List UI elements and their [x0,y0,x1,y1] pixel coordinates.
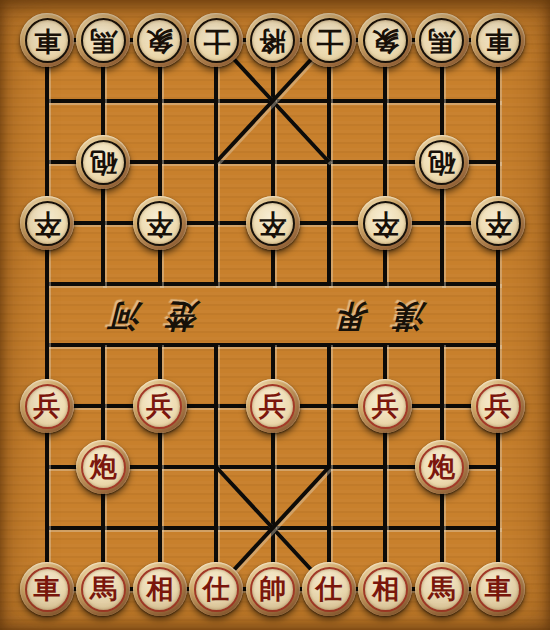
piece-black-horse[interactable]: 馬 [415,13,469,67]
piece-face: 馬 [81,18,126,63]
piece-face: 兵 [250,384,295,429]
piece-red-horse[interactable]: 馬 [76,562,130,616]
piece-red-rook[interactable]: 車 [471,562,525,616]
piece-black-soldier[interactable]: 卒 [246,196,300,250]
piece-character: 車 [34,28,61,55]
piece-character: 兵 [485,392,512,419]
piece-face: 士 [307,18,352,63]
piece-face: 兵 [363,384,408,429]
palace-diagonals [0,0,550,630]
piece-red-advisor[interactable]: 仕 [189,562,243,616]
piece-black-rook[interactable]: 車 [471,13,525,67]
piece-red-elephant[interactable]: 相 [133,562,187,616]
piece-character: 炮 [428,453,455,480]
piece-black-elephant[interactable]: 象 [133,13,187,67]
piece-character: 象 [146,28,173,55]
piece-face: 馬 [419,567,464,612]
piece-face: 砲 [419,140,464,185]
piece-character: 馬 [428,28,455,55]
piece-face: 相 [363,567,408,612]
piece-face: 卒 [137,201,182,246]
piece-face: 士 [194,18,239,63]
piece-face: 帥 [250,567,295,612]
piece-face: 仕 [194,567,239,612]
piece-character: 卒 [485,211,512,238]
piece-character: 馬 [90,28,117,55]
piece-character: 兵 [146,392,173,419]
piece-black-cannon[interactable]: 砲 [76,135,130,189]
piece-black-general[interactable]: 將 [246,13,300,67]
piece-red-rook[interactable]: 車 [20,562,74,616]
piece-character: 砲 [428,150,455,177]
piece-face: 兵 [476,384,521,429]
piece-face: 車 [25,567,70,612]
piece-character: 兵 [34,392,61,419]
piece-red-soldier[interactable]: 兵 [133,379,187,433]
piece-face: 車 [476,18,521,63]
piece-face: 車 [25,18,70,63]
piece-face: 炮 [81,445,126,490]
piece-black-soldier[interactable]: 卒 [471,196,525,250]
piece-face: 兵 [25,384,70,429]
river-label-left: 楚河 [86,295,226,337]
piece-black-soldier[interactable]: 卒 [20,196,74,250]
piece-character: 馬 [428,575,455,602]
piece-red-elephant[interactable]: 相 [358,562,412,616]
piece-face: 炮 [419,445,464,490]
piece-character: 將 [259,28,286,55]
piece-black-soldier[interactable]: 卒 [358,196,412,250]
piece-character: 相 [146,575,173,602]
piece-character: 士 [203,28,230,55]
piece-character: 車 [485,28,512,55]
piece-character: 砲 [90,150,117,177]
piece-character: 馬 [90,575,117,602]
piece-face: 象 [363,18,408,63]
piece-face: 將 [250,18,295,63]
piece-character: 帥 [259,575,286,602]
piece-red-soldier[interactable]: 兵 [20,379,74,433]
piece-character: 仕 [316,575,343,602]
piece-face: 相 [137,567,182,612]
piece-face: 車 [476,567,521,612]
piece-face: 兵 [137,384,182,429]
piece-character: 兵 [259,392,286,419]
piece-character: 車 [485,575,512,602]
piece-character: 卒 [146,211,173,238]
piece-red-general[interactable]: 帥 [246,562,300,616]
piece-face: 卒 [476,201,521,246]
piece-face: 馬 [419,18,464,63]
piece-character: 卒 [372,211,399,238]
piece-black-rook[interactable]: 車 [20,13,74,67]
piece-red-horse[interactable]: 馬 [415,562,469,616]
piece-face: 仕 [307,567,352,612]
piece-black-advisor[interactable]: 士 [302,13,356,67]
piece-character: 象 [372,28,399,55]
piece-red-cannon[interactable]: 炮 [415,440,469,494]
piece-character: 士 [316,28,343,55]
piece-black-elephant[interactable]: 象 [358,13,412,67]
piece-character: 炮 [90,453,117,480]
piece-black-cannon[interactable]: 砲 [415,135,469,189]
piece-character: 車 [34,575,61,602]
piece-character: 卒 [34,211,61,238]
piece-face: 卒 [25,201,70,246]
piece-character: 兵 [372,392,399,419]
piece-face: 馬 [81,567,126,612]
piece-face: 卒 [250,201,295,246]
piece-red-cannon[interactable]: 炮 [76,440,130,494]
piece-black-advisor[interactable]: 士 [189,13,243,67]
piece-character: 相 [372,575,399,602]
river-label-right: 漢界 [313,295,453,337]
piece-character: 卒 [259,211,286,238]
piece-red-advisor[interactable]: 仕 [302,562,356,616]
piece-black-horse[interactable]: 馬 [76,13,130,67]
piece-character: 仕 [203,575,230,602]
piece-red-soldier[interactable]: 兵 [471,379,525,433]
piece-red-soldier[interactable]: 兵 [358,379,412,433]
xiangqi-board[interactable]: 楚河 漢界 車馬象士將士象馬車砲砲卒卒卒卒卒兵兵兵兵兵炮炮車馬相仕帥仕相馬車 [0,0,550,630]
piece-red-soldier[interactable]: 兵 [246,379,300,433]
piece-face: 象 [137,18,182,63]
piece-face: 卒 [363,201,408,246]
piece-face: 砲 [81,140,126,185]
piece-black-soldier[interactable]: 卒 [133,196,187,250]
xiangqi-app: 楚河 漢界 車馬象士將士象馬車砲砲卒卒卒卒卒兵兵兵兵兵炮炮車馬相仕帥仕相馬車 [0,0,550,630]
